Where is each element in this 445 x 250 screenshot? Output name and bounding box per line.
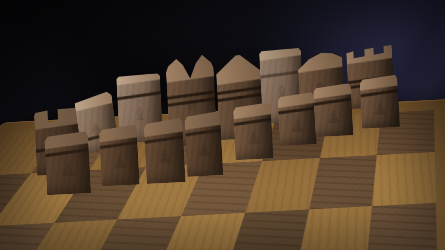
pawn-block: ♟ (277, 92, 317, 146)
piece-black-pawn-c7: ♟ (143, 118, 185, 184)
piece-black-pawn-g7: ♟ (313, 83, 354, 137)
piece-black-pawn-f7: ♟ (277, 92, 317, 146)
pawn-glyph: ♟ (314, 107, 353, 127)
pawn-block: ♟ (143, 118, 185, 184)
pawn-glyph: ♟ (145, 147, 185, 167)
pawn-block: ♟ (44, 131, 91, 195)
piece-black-pawn-d7: ♟ (184, 111, 223, 177)
photo-perspective-group: ♜ ♞ ♝ ♛ ♚ ♝ ♞ ♜ ♟ ♟ ♟ ♟ ♟ ♟ ♟ ♟ (0, 0, 445, 250)
pawn-block: ♟ (313, 83, 354, 137)
piece-top-face (215, 50, 261, 86)
pawn-block: ♟ (233, 102, 274, 160)
pawn-glyph: ♟ (278, 116, 316, 136)
chess-photo-scene: ♜ ♞ ♝ ♛ ♚ ♝ ♞ ♜ ♟ ♟ ♟ ♟ ♟ ♟ ♟ ♟ (0, 0, 445, 250)
piece-black-pawn-b7: ♟ (99, 124, 140, 186)
pawn-glyph: ♟ (45, 159, 90, 179)
piece-black-pawn-e7: ♟ (233, 102, 274, 160)
pawn-glyph: ♟ (186, 140, 223, 160)
pawn-glyph: ♟ (100, 152, 139, 172)
piece-black-pawn-h7: ♟ (359, 75, 400, 129)
pawn-block: ♟ (99, 124, 140, 186)
pawn-glyph: ♟ (361, 99, 400, 119)
pawn-block: ♟ (184, 111, 223, 177)
pawn-glyph: ♟ (234, 128, 273, 148)
piece-black-pawn-a7: ♟ (44, 131, 91, 195)
pawn-block: ♟ (359, 75, 400, 129)
